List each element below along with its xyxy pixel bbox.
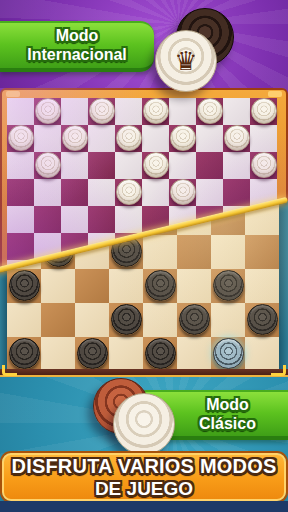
board-square[interactable] [169,152,196,179]
board-square[interactable] [34,125,61,152]
promo-screen: Modo Internacional ♛ Modo Clásico DISFRU… [0,0,288,512]
board-square[interactable] [7,206,34,233]
board-square[interactable] [211,303,245,337]
board-square[interactable] [7,179,34,206]
dark-checker-piece[interactable] [77,338,108,369]
white-checker-piece[interactable] [170,125,196,151]
board-square[interactable] [223,179,250,206]
white-checker-piece[interactable] [224,125,250,151]
white-checker-promo-piece [113,393,175,455]
board-square[interactable] [143,303,177,337]
board-square[interactable] [250,125,277,152]
board-square[interactable] [7,233,34,260]
board-square[interactable] [34,206,61,233]
board-square[interactable] [7,303,41,337]
board-square[interactable] [109,337,143,371]
white-checker-piece[interactable] [62,125,88,151]
board-square[interactable] [41,303,75,337]
board-border-right [279,195,288,377]
board-square[interactable] [7,98,34,125]
board-square[interactable] [61,179,88,206]
board-frame-bottom [0,369,288,377]
white-checker-piece[interactable] [251,98,277,124]
board-square[interactable] [245,269,279,303]
board-square[interactable] [88,179,115,206]
white-checker-piece[interactable] [116,179,142,205]
board-square[interactable] [61,206,88,233]
board-square[interactable] [169,98,196,125]
banner-line2: Clásico [167,414,288,434]
highlighted-checker-piece[interactable] [213,338,244,369]
white-checker-piece[interactable] [143,98,169,124]
gold-corner-bracket [2,365,17,376]
board-square[interactable] [177,235,211,269]
white-checker-piece[interactable] [143,152,169,178]
crown-icon: ♛ [156,31,216,91]
banner-line2: Internacional [0,45,154,65]
dark-checker-piece[interactable] [213,270,244,301]
gold-corner-bracket [271,365,286,376]
white-checker-piece[interactable] [35,98,61,124]
board-square[interactable] [142,179,169,206]
board-square[interactable] [61,98,88,125]
board-square[interactable] [88,152,115,179]
white-checker-piece[interactable] [251,152,277,178]
board-square[interactable] [223,98,250,125]
footer-line2: DE JUEGO [4,478,284,499]
dark-checker-piece[interactable] [145,270,176,301]
white-checker-piece[interactable] [89,98,115,124]
board-square[interactable] [196,125,223,152]
board-square[interactable] [196,179,223,206]
board-square[interactable] [211,235,245,269]
board-square[interactable] [143,235,177,269]
board-square[interactable] [41,337,75,371]
board-square[interactable] [88,206,115,233]
board-square[interactable] [177,269,211,303]
white-checker-piece[interactable] [116,125,142,151]
dark-checker-piece[interactable] [111,304,142,335]
dark-checker-piece[interactable] [247,304,278,335]
dark-checker-piece[interactable] [179,304,210,335]
dark-checker-piece[interactable] [9,338,40,369]
board-square[interactable] [177,337,211,371]
footer-line1: DISFRUTA VARIOS MODOS [4,455,284,478]
white-checker-piece[interactable] [170,179,196,205]
white-checker-piece[interactable] [197,98,223,124]
board-square[interactable] [196,152,223,179]
dark-checker-piece[interactable] [9,270,40,301]
board-square[interactable] [41,269,75,303]
banner-line1: Modo [0,26,154,45]
white-checker-piece[interactable] [8,125,34,151]
white-checker-piece[interactable] [35,152,61,178]
mode-international-banner[interactable]: Modo Internacional [0,21,154,72]
board-square[interactable] [245,235,279,269]
board-square[interactable] [7,152,34,179]
board-square[interactable] [75,269,109,303]
white-king-checker-promo-piece: ♛ [155,30,217,92]
board-square[interactable] [223,152,250,179]
dark-checker-piece[interactable] [145,338,176,369]
board-square[interactable] [61,152,88,179]
bottom-navy-strip [0,501,288,512]
board-square[interactable] [34,179,61,206]
board-square[interactable] [115,98,142,125]
board-square[interactable] [142,125,169,152]
footer-banner: DISFRUTA VARIOS MODOS DE JUEGO [2,453,286,501]
banner-line1: Modo [167,395,288,414]
board-square[interactable] [115,206,142,233]
board-square[interactable] [115,152,142,179]
board-square[interactable] [109,269,143,303]
board-square[interactable] [75,303,109,337]
board-square[interactable] [88,125,115,152]
